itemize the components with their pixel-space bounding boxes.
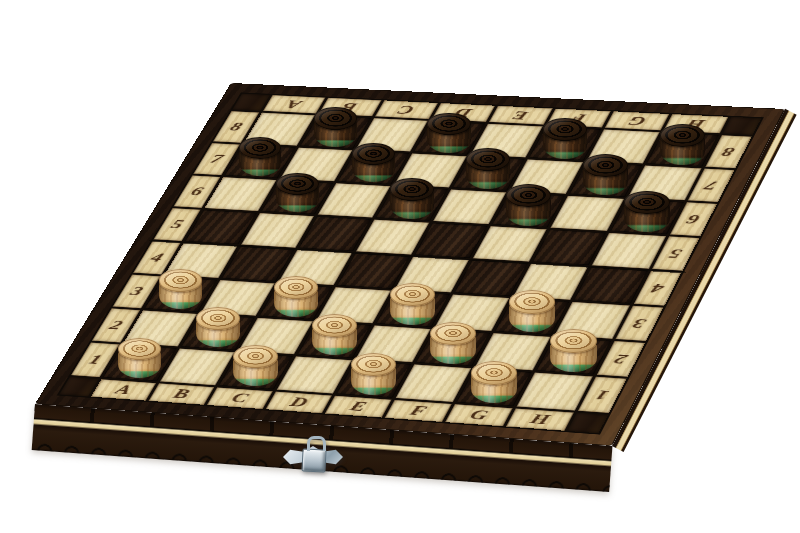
piece-top-rings (550, 329, 596, 353)
piece-top-rings (276, 173, 319, 195)
white-piece-a1[interactable]: ⛀ (118, 338, 162, 378)
rank-label: 1 (593, 388, 611, 402)
white-piece-h2[interactable]: ⛀ (550, 329, 596, 372)
piece-top-rings (509, 290, 555, 314)
piece-top-rings (274, 276, 318, 299)
white-piece-b2[interactable]: ⛀ (196, 307, 240, 347)
rank-label: 6 (685, 213, 702, 226)
black-piece-f8[interactable]: ⛂ (543, 118, 587, 159)
file-label: E (347, 400, 369, 414)
coord-file-f-bottom: F (385, 400, 452, 422)
rank-label: 7 (208, 153, 225, 165)
black-piece-d6[interactable]: ⛂ (390, 178, 434, 218)
coord-file-a-bottom: A (91, 379, 156, 400)
frame-corner (568, 413, 608, 433)
file-label: C (396, 104, 416, 116)
black-piece-h6[interactable]: ⛂ (624, 191, 669, 233)
black-piece-d8[interactable]: ⛂ (427, 113, 471, 153)
rank-label: 2 (107, 319, 125, 332)
rank-label: 1 (86, 353, 104, 366)
clasp-box (301, 448, 326, 472)
file-label: H (528, 412, 552, 426)
rank-label: 2 (612, 352, 630, 366)
black-piece-c7[interactable]: ⛂ (352, 143, 395, 183)
piece-top-rings (239, 137, 282, 159)
photo-stage: ABCDEFGH8877665544332211ABCDEFGH ⛂⛂⛂⛂⛂⛂⛂… (0, 0, 800, 533)
rank-label: 8 (720, 145, 737, 158)
piece-top-rings (312, 314, 357, 337)
file-label: G (467, 408, 490, 422)
white-piece-f2[interactable]: ⛀ (430, 322, 475, 364)
rank-label: 8 (228, 121, 245, 133)
coord-file-h-bottom: H (506, 408, 574, 430)
black-piece-f6[interactable]: ⛂ (506, 184, 551, 225)
frame-corner (723, 117, 761, 135)
rank-label: 4 (148, 251, 166, 264)
black-piece-h8[interactable]: ⛂ (660, 124, 705, 165)
piece-top-rings (314, 107, 357, 129)
file-label: B (171, 387, 193, 401)
piece-top-rings (543, 118, 587, 141)
white-piece-a3[interactable]: ⛀ (159, 269, 202, 309)
white-piece-g1[interactable]: ⛀ (471, 361, 517, 403)
black-piece-g7[interactable]: ⛂ (583, 154, 628, 195)
piece-top-rings (471, 361, 517, 385)
rank-label: 5 (667, 247, 684, 260)
metal-clasp (283, 436, 343, 480)
piece-top-rings (390, 178, 434, 201)
file-label: G (626, 115, 648, 128)
piece-top-rings (466, 148, 510, 171)
white-piece-e1[interactable]: ⛀ (351, 353, 396, 395)
file-label: E (511, 109, 531, 121)
white-piece-c3[interactable]: ⛀ (274, 276, 318, 317)
file-label: D (287, 395, 310, 409)
piece-top-rings (583, 154, 628, 177)
rank-label: 3 (128, 285, 146, 298)
file-label: A (113, 383, 135, 397)
piece-top-rings (159, 269, 202, 291)
white-piece-e3[interactable]: ⛀ (390, 283, 435, 324)
piece-top-rings (624, 191, 669, 214)
coord-file-e-bottom: E (325, 396, 392, 418)
coord-file-g-bottom: G (445, 404, 512, 426)
black-piece-b6[interactable]: ⛂ (276, 173, 319, 213)
file-label: C (229, 391, 251, 405)
coord-file-c-bottom: C (207, 387, 273, 409)
black-piece-a7[interactable]: ⛂ (239, 137, 282, 176)
black-piece-e7[interactable]: ⛂ (466, 148, 510, 189)
rank-label: 5 (168, 218, 185, 231)
coord-file-d-bottom: D (266, 391, 332, 413)
rank-label: 3 (631, 317, 649, 330)
piece-top-rings (352, 143, 395, 165)
white-piece-g3[interactable]: ⛀ (509, 290, 555, 332)
coord-file-b-bottom: B (149, 383, 214, 405)
piece-top-rings (660, 124, 705, 147)
rank-label: 6 (188, 185, 205, 197)
piece-top-rings (196, 307, 240, 330)
white-piece-c1[interactable]: ⛀ (233, 345, 277, 386)
clasp-hook-icon (307, 436, 326, 451)
file-label: A (284, 98, 304, 110)
rank-label: 7 (703, 179, 720, 192)
piece-top-rings (430, 322, 475, 345)
white-piece-d2[interactable]: ⛀ (312, 314, 357, 355)
file-label: F (407, 404, 429, 418)
piece-top-rings (427, 113, 471, 135)
black-piece-b8[interactable]: ⛂ (314, 107, 357, 146)
rank-label: 4 (649, 282, 667, 295)
